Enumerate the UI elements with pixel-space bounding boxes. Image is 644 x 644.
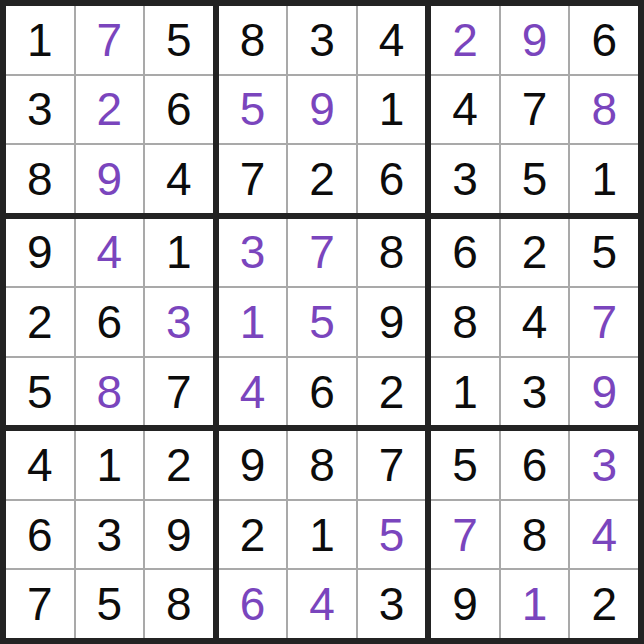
cell-r5c9[interactable]: 7 [570,288,638,356]
sudoku-box-7: 412639758 [6,431,213,638]
cell-r4c7[interactable]: 6 [431,219,499,287]
cell-r5c5[interactable]: 5 [288,288,356,356]
cell-r9c6[interactable]: 3 [358,570,426,638]
cell-r9c3[interactable]: 8 [145,570,213,638]
cell-r6c6[interactable]: 2 [358,358,426,426]
cell-r8c3[interactable]: 9 [145,501,213,569]
cell-r1c3[interactable]: 5 [145,6,213,74]
cell-r4c6[interactable]: 8 [358,219,426,287]
cell-r1c7[interactable]: 2 [431,6,499,74]
sudoku-box-5: 378159462 [219,219,426,426]
cell-r6c9[interactable]: 9 [570,358,638,426]
sudoku-box-4: 941263587 [6,219,213,426]
cell-r5c6[interactable]: 9 [358,288,426,356]
cell-r5c2[interactable]: 6 [76,288,144,356]
cell-r3c2[interactable]: 9 [76,145,144,213]
cell-r4c3[interactable]: 1 [145,219,213,287]
cell-r4c4[interactable]: 3 [219,219,287,287]
cell-r8c5[interactable]: 1 [288,501,356,569]
cell-r1c5[interactable]: 3 [288,6,356,74]
cell-r4c1[interactable]: 9 [6,219,74,287]
cell-r3c1[interactable]: 8 [6,145,74,213]
cell-r3c4[interactable]: 7 [219,145,287,213]
sudoku-box-3: 296478351 [431,6,638,213]
sudoku-box-6: 625847139 [431,219,638,426]
cell-r6c8[interactable]: 3 [501,358,569,426]
sudoku-box-2: 834591726 [219,6,426,213]
cell-r2c6[interactable]: 1 [358,76,426,144]
cell-r6c1[interactable]: 5 [6,358,74,426]
cell-r5c1[interactable]: 2 [6,288,74,356]
sudoku-box-1: 175326894 [6,6,213,213]
sudoku-box-8: 987215643 [219,431,426,638]
cell-r7c3[interactable]: 2 [145,431,213,499]
cell-r5c4[interactable]: 1 [219,288,287,356]
cell-r3c8[interactable]: 5 [501,145,569,213]
cell-r3c3[interactable]: 4 [145,145,213,213]
cell-r3c7[interactable]: 3 [431,145,499,213]
cell-r5c8[interactable]: 4 [501,288,569,356]
cell-r5c3[interactable]: 3 [145,288,213,356]
cell-r4c5[interactable]: 7 [288,219,356,287]
cell-r7c4[interactable]: 9 [219,431,287,499]
cell-r8c6[interactable]: 5 [358,501,426,569]
cell-r8c2[interactable]: 3 [76,501,144,569]
cell-r7c7[interactable]: 5 [431,431,499,499]
cell-r1c4[interactable]: 8 [219,6,287,74]
cell-r1c9[interactable]: 6 [570,6,638,74]
cell-r9c9[interactable]: 2 [570,570,638,638]
cell-r2c3[interactable]: 6 [145,76,213,144]
cell-r8c8[interactable]: 8 [501,501,569,569]
cell-r3c5[interactable]: 2 [288,145,356,213]
cell-r1c1[interactable]: 1 [6,6,74,74]
cell-r2c2[interactable]: 2 [76,76,144,144]
cell-r6c5[interactable]: 6 [288,358,356,426]
cell-r7c9[interactable]: 3 [570,431,638,499]
cell-r5c7[interactable]: 8 [431,288,499,356]
cell-r4c2[interactable]: 4 [76,219,144,287]
cell-r9c1[interactable]: 7 [6,570,74,638]
cell-r1c6[interactable]: 4 [358,6,426,74]
cell-r2c1[interactable]: 3 [6,76,74,144]
cell-r7c6[interactable]: 7 [358,431,426,499]
cell-r8c4[interactable]: 2 [219,501,287,569]
cell-r4c8[interactable]: 2 [501,219,569,287]
cell-r6c4[interactable]: 4 [219,358,287,426]
cell-r7c2[interactable]: 1 [76,431,144,499]
cell-r7c5[interactable]: 8 [288,431,356,499]
cell-r4c9[interactable]: 5 [570,219,638,287]
cell-r9c4[interactable]: 6 [219,570,287,638]
cell-r1c8[interactable]: 9 [501,6,569,74]
cell-r8c1[interactable]: 6 [6,501,74,569]
cell-r7c1[interactable]: 4 [6,431,74,499]
cell-r7c8[interactable]: 6 [501,431,569,499]
cell-r2c5[interactable]: 9 [288,76,356,144]
cell-r3c9[interactable]: 1 [570,145,638,213]
cell-r3c6[interactable]: 6 [358,145,426,213]
cell-r8c7[interactable]: 7 [431,501,499,569]
cell-r6c3[interactable]: 7 [145,358,213,426]
cell-r9c8[interactable]: 1 [501,570,569,638]
cell-r1c2[interactable]: 7 [76,6,144,74]
cell-r8c9[interactable]: 4 [570,501,638,569]
cell-r9c7[interactable]: 9 [431,570,499,638]
cell-r9c2[interactable]: 5 [76,570,144,638]
sudoku-box-9: 563784912 [431,431,638,638]
cell-r2c7[interactable]: 4 [431,76,499,144]
sudoku-board: 1753268948345917262964783519412635873781… [0,0,644,644]
cell-r2c9[interactable]: 8 [570,76,638,144]
cell-r9c5[interactable]: 4 [288,570,356,638]
cell-r6c7[interactable]: 1 [431,358,499,426]
cell-r6c2[interactable]: 8 [76,358,144,426]
cell-r2c4[interactable]: 5 [219,76,287,144]
cell-r2c8[interactable]: 7 [501,76,569,144]
